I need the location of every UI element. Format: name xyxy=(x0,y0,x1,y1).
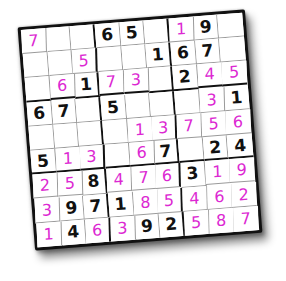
cell-r8c2[interactable]: 9 xyxy=(59,195,85,221)
cell-r4c1[interactable]: 6 xyxy=(26,101,52,127)
cell-r3c6[interactable] xyxy=(148,67,174,93)
cell-r6c9[interactable]: 4 xyxy=(227,133,253,159)
cell-r4c9[interactable]: 1 xyxy=(223,85,249,111)
cell-r3c2[interactable]: 6 xyxy=(50,74,75,100)
cell-r8c5[interactable]: 8 xyxy=(133,189,158,215)
cell-r3c8[interactable]: 4 xyxy=(197,63,222,89)
cell-r6c6[interactable]: 7 xyxy=(153,139,179,165)
cell-r1c1[interactable]: 7 xyxy=(21,28,46,54)
cell-r5c8[interactable]: 5 xyxy=(201,111,226,137)
page-background: 7651951676173245675311375651367242584763… xyxy=(0,0,286,281)
cell-r1c2[interactable] xyxy=(45,26,71,52)
cell-r2c3[interactable]: 5 xyxy=(72,48,97,74)
cell-r7c2[interactable]: 5 xyxy=(57,171,82,197)
cell-r6c8[interactable]: 2 xyxy=(202,135,228,161)
cell-r9c9[interactable]: 7 xyxy=(233,206,258,232)
cell-r7c3[interactable]: 8 xyxy=(81,169,107,195)
cell-r1c6[interactable] xyxy=(144,18,170,44)
cell-r5c4[interactable] xyxy=(102,119,128,145)
cell-r6c7[interactable] xyxy=(178,137,204,163)
cell-r1c3[interactable] xyxy=(70,24,96,50)
cell-r3c4[interactable]: 7 xyxy=(99,71,124,97)
cell-r9c3[interactable]: 6 xyxy=(86,217,111,243)
cell-r9c8[interactable]: 8 xyxy=(209,208,234,234)
cell-r9c7[interactable]: 5 xyxy=(184,210,209,236)
cell-r9c6[interactable]: 2 xyxy=(159,212,185,238)
sudoku-grid: 7651951676173245675311375651367242584763… xyxy=(21,13,259,248)
cell-r8c9[interactable]: 2 xyxy=(231,182,256,208)
cell-r2c9[interactable] xyxy=(219,37,245,63)
cell-r4c4[interactable]: 5 xyxy=(100,95,126,121)
cell-r7c4[interactable]: 4 xyxy=(107,167,132,193)
cell-r7c8[interactable]: 1 xyxy=(205,159,230,185)
cell-r9c4[interactable]: 3 xyxy=(110,215,135,241)
cell-r3c1[interactable] xyxy=(25,76,51,102)
cell-r4c8[interactable]: 3 xyxy=(199,87,224,113)
cell-r4c7[interactable] xyxy=(174,89,200,115)
cell-r3c5[interactable]: 3 xyxy=(124,69,149,95)
cell-r1c5[interactable]: 5 xyxy=(119,20,145,46)
cell-r3c9[interactable]: 5 xyxy=(222,61,247,87)
cell-r2c8[interactable]: 7 xyxy=(195,39,221,65)
cell-r1c7[interactable]: 1 xyxy=(169,16,194,42)
cell-r4c6[interactable] xyxy=(149,91,175,117)
cell-r2c4[interactable] xyxy=(96,46,122,72)
cell-r4c5[interactable] xyxy=(125,93,151,119)
cell-r4c3[interactable] xyxy=(76,97,102,123)
cell-r8c4[interactable]: 1 xyxy=(108,191,134,217)
cell-r2c2[interactable] xyxy=(47,50,73,76)
cell-r7c6[interactable]: 6 xyxy=(156,163,181,189)
cell-r9c5[interactable]: 9 xyxy=(134,214,160,240)
cell-r8c6[interactable]: 5 xyxy=(158,187,183,213)
cell-r1c4[interactable]: 6 xyxy=(95,22,121,48)
cell-r1c9[interactable] xyxy=(218,13,244,39)
cell-r6c3[interactable]: 3 xyxy=(80,145,105,171)
cell-r6c5[interactable]: 6 xyxy=(129,141,154,167)
cell-r5c6[interactable]: 3 xyxy=(152,115,177,141)
cell-r5c2[interactable] xyxy=(53,123,79,149)
cell-r2c6[interactable]: 1 xyxy=(146,43,172,69)
cell-r7c5[interactable]: 7 xyxy=(131,165,156,191)
cell-r7c9[interactable]: 9 xyxy=(230,157,255,183)
cell-r2c1[interactable] xyxy=(23,52,49,78)
cell-r9c1[interactable]: 1 xyxy=(37,221,62,247)
cell-r8c8[interactable]: 6 xyxy=(207,184,232,210)
cell-r5c7[interactable]: 7 xyxy=(177,113,202,139)
cell-r3c3[interactable]: 1 xyxy=(74,73,100,99)
cell-r8c7[interactable]: 4 xyxy=(182,185,207,211)
cell-r2c5[interactable] xyxy=(121,45,147,71)
cell-r8c1[interactable]: 3 xyxy=(35,197,60,223)
cell-r5c5[interactable]: 1 xyxy=(127,117,152,143)
cell-r8c3[interactable]: 7 xyxy=(83,193,109,219)
cell-r6c2[interactable]: 1 xyxy=(56,147,81,173)
cell-r7c1[interactable]: 2 xyxy=(33,173,58,199)
cell-r5c9[interactable]: 6 xyxy=(226,109,251,135)
cell-r1c8[interactable]: 9 xyxy=(193,15,219,41)
cell-r5c1[interactable] xyxy=(28,125,54,151)
cell-r5c3[interactable] xyxy=(78,121,104,147)
cell-r9c2[interactable]: 4 xyxy=(61,219,87,245)
cell-r4c2[interactable]: 7 xyxy=(51,99,77,125)
cell-r7c7[interactable]: 3 xyxy=(180,161,206,187)
cell-r6c4[interactable] xyxy=(104,143,130,169)
cell-r3c7[interactable]: 2 xyxy=(172,65,198,91)
cell-r6c1[interactable]: 5 xyxy=(30,149,56,175)
sudoku-board: 7651951676173245675311375651367242584763… xyxy=(18,9,263,250)
cell-r2c7[interactable]: 6 xyxy=(170,41,196,67)
